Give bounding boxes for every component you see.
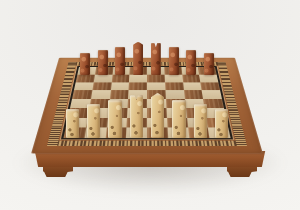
- piece-black-rook[interactable]: [80, 53, 90, 75]
- pieces-layer: [0, 0, 300, 210]
- piece-black-king[interactable]: [133, 42, 143, 75]
- piece-black-knight[interactable]: [98, 50, 108, 75]
- piece-white-rook[interactable]: [66, 109, 79, 138]
- piece-black-knight[interactable]: [186, 50, 196, 75]
- piece-black-rook[interactable]: [204, 53, 214, 75]
- piece-white-knight[interactable]: [87, 104, 100, 138]
- piece-white-bishop[interactable]: [172, 100, 185, 138]
- piece-white-king[interactable]: [151, 93, 164, 138]
- piece-black-bishop[interactable]: [115, 47, 125, 75]
- piece-black-queen[interactable]: [151, 43, 161, 75]
- piece-white-knight[interactable]: [194, 104, 207, 138]
- piece-white-bishop[interactable]: [108, 100, 121, 138]
- piece-white-queen[interactable]: [130, 95, 143, 138]
- piece-white-rook[interactable]: [215, 109, 228, 138]
- piece-black-bishop[interactable]: [169, 47, 179, 75]
- photo-background: [0, 0, 300, 210]
